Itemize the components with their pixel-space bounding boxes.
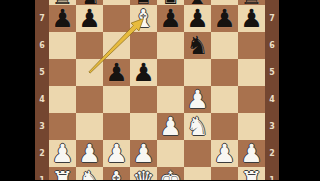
square-a6[interactable] [49, 32, 76, 59]
rank-label-3: 3 [35, 122, 49, 132]
square-f1[interactable] [184, 167, 211, 180]
square-b5[interactable] [76, 59, 103, 86]
square-b6[interactable] [76, 32, 103, 59]
square-g7[interactable]: ♟ [211, 5, 238, 32]
square-c1[interactable]: ♝ [103, 167, 130, 180]
rank-label-5: 5 [265, 68, 279, 78]
white-knight[interactable]: ♞ [186, 113, 208, 140]
black-pawn[interactable]: ♟ [132, 59, 154, 86]
white-rook[interactable]: ♜ [51, 167, 73, 180]
black-pawn[interactable]: ♟ [159, 5, 181, 32]
white-bishop[interactable]: ♝ [105, 167, 127, 180]
rank-label-4: 4 [35, 95, 49, 105]
square-d1[interactable]: ♛ [130, 167, 157, 180]
square-f7[interactable]: ♟ [184, 5, 211, 32]
square-b7[interactable]: ♟ [76, 5, 103, 32]
white-pawn[interactable]: ♟ [159, 113, 181, 140]
square-h7[interactable]: ♟ [238, 5, 265, 32]
square-a5[interactable] [49, 59, 76, 86]
square-g1[interactable] [211, 167, 238, 180]
square-g4[interactable] [211, 86, 238, 113]
black-pawn[interactable]: ♟ [186, 5, 208, 32]
rank-label-2: 2 [35, 149, 49, 159]
square-c7[interactable] [103, 5, 130, 32]
white-pawn[interactable]: ♟ [213, 140, 235, 167]
white-bishop[interactable]: ♝ [132, 5, 154, 32]
rank-label-6: 6 [265, 41, 279, 51]
square-d5[interactable]: ♟ [130, 59, 157, 86]
square-e5[interactable] [157, 59, 184, 86]
square-e6[interactable] [157, 32, 184, 59]
square-f6[interactable]: ♞ [184, 32, 211, 59]
black-pawn[interactable]: ♟ [105, 59, 127, 86]
square-g5[interactable] [211, 59, 238, 86]
rank-label-2: 2 [265, 149, 279, 159]
rank-label-5: 5 [35, 68, 49, 78]
square-c4[interactable] [103, 86, 130, 113]
black-pawn[interactable]: ♟ [240, 5, 262, 32]
square-e1[interactable]: ♚ [157, 167, 184, 180]
square-g2[interactable]: ♟ [211, 140, 238, 167]
rank-label-4: 4 [265, 95, 279, 105]
square-c6[interactable] [103, 32, 130, 59]
rank-labels-left: 87654321 [35, 0, 49, 180]
square-h3[interactable] [238, 113, 265, 140]
chess-app-window: 87654321 87654321 ♜♞♛♚♝♜♟♟♝♟♟♟♟♞♟♟♟♟♞♟♟♟… [0, 0, 320, 180]
square-d4[interactable] [130, 86, 157, 113]
square-h6[interactable] [238, 32, 265, 59]
white-pawn[interactable]: ♟ [240, 140, 262, 167]
square-a2[interactable]: ♟ [49, 140, 76, 167]
square-c3[interactable] [103, 113, 130, 140]
square-b3[interactable] [76, 113, 103, 140]
square-e3[interactable]: ♟ [157, 113, 184, 140]
white-king[interactable]: ♚ [159, 167, 181, 180]
white-pawn[interactable]: ♟ [51, 140, 73, 167]
square-b4[interactable] [76, 86, 103, 113]
white-pawn[interactable]: ♟ [78, 140, 100, 167]
rank-label-1: 1 [265, 176, 279, 181]
white-pawn[interactable]: ♟ [105, 140, 127, 167]
square-a1[interactable]: ♜ [49, 167, 76, 180]
square-e7[interactable]: ♟ [157, 5, 184, 32]
square-h5[interactable] [238, 59, 265, 86]
black-pawn[interactable]: ♟ [213, 5, 235, 32]
black-knight[interactable]: ♞ [186, 32, 208, 59]
square-d6[interactable] [130, 32, 157, 59]
square-g6[interactable] [211, 32, 238, 59]
rank-label-7: 7 [265, 14, 279, 24]
rank-labels-right: 87654321 [265, 0, 279, 180]
square-a4[interactable] [49, 86, 76, 113]
square-d2[interactable]: ♟ [130, 140, 157, 167]
rank-label-3: 3 [265, 122, 279, 132]
square-f5[interactable] [184, 59, 211, 86]
white-queen[interactable]: ♛ [132, 167, 154, 180]
white-knight[interactable]: ♞ [78, 167, 100, 180]
square-e2[interactable] [157, 140, 184, 167]
square-d7[interactable]: ♝ [130, 5, 157, 32]
white-pawn[interactable]: ♟ [186, 86, 208, 113]
chess-board: ♜♞♛♚♝♜♟♟♝♟♟♟♟♞♟♟♟♟♞♟♟♟♟♟♟♜♞♝♛♚♜ [49, 0, 265, 180]
square-h1[interactable]: ♜ [238, 167, 265, 180]
black-pawn[interactable]: ♟ [51, 5, 73, 32]
square-c5[interactable]: ♟ [103, 59, 130, 86]
square-e4[interactable] [157, 86, 184, 113]
square-h2[interactable]: ♟ [238, 140, 265, 167]
white-pawn[interactable]: ♟ [132, 140, 154, 167]
white-rook[interactable]: ♜ [240, 167, 262, 180]
square-f3[interactable]: ♞ [184, 113, 211, 140]
square-f4[interactable]: ♟ [184, 86, 211, 113]
square-b2[interactable]: ♟ [76, 140, 103, 167]
rank-label-6: 6 [35, 41, 49, 51]
square-a3[interactable] [49, 113, 76, 140]
square-a7[interactable]: ♟ [49, 5, 76, 32]
square-c2[interactable]: ♟ [103, 140, 130, 167]
square-h4[interactable] [238, 86, 265, 113]
square-g3[interactable] [211, 113, 238, 140]
square-d3[interactable] [130, 113, 157, 140]
square-b1[interactable]: ♞ [76, 167, 103, 180]
rank-label-7: 7 [35, 14, 49, 24]
black-pawn[interactable]: ♟ [78, 5, 100, 32]
rank-label-1: 1 [35, 176, 49, 181]
square-f2[interactable] [184, 140, 211, 167]
